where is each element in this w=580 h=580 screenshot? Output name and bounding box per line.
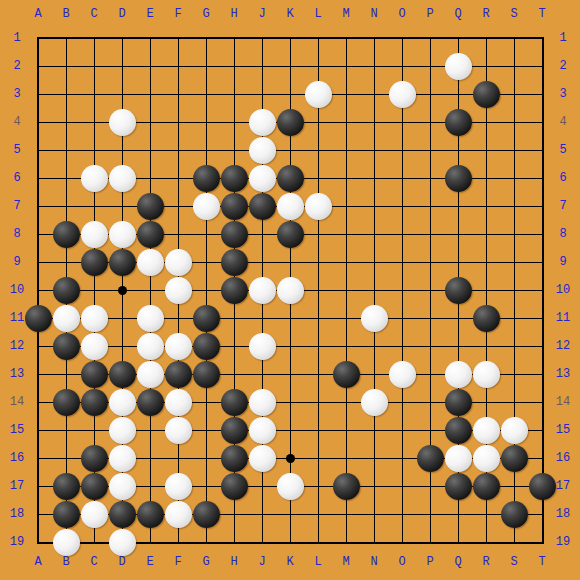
intersection-P12[interactable] <box>416 332 444 360</box>
intersection-S8[interactable] <box>500 220 528 248</box>
intersection-L18[interactable] <box>304 500 332 528</box>
intersection-E4[interactable] <box>136 108 164 136</box>
intersection-E10[interactable] <box>136 276 164 304</box>
intersection-P8[interactable] <box>416 220 444 248</box>
intersection-A4[interactable] <box>24 108 52 136</box>
intersection-O17[interactable] <box>388 472 416 500</box>
intersection-A14[interactable] <box>24 388 52 416</box>
intersection-C12[interactable] <box>80 332 108 360</box>
intersection-B13[interactable] <box>52 360 80 388</box>
intersection-T18[interactable] <box>528 500 556 528</box>
intersection-N15[interactable] <box>360 416 388 444</box>
intersection-O16[interactable] <box>388 444 416 472</box>
intersection-F15[interactable] <box>164 416 192 444</box>
intersection-C15[interactable] <box>80 416 108 444</box>
intersection-R9[interactable] <box>472 248 500 276</box>
intersection-R11[interactable] <box>472 304 500 332</box>
intersection-O3[interactable] <box>388 80 416 108</box>
intersection-O2[interactable] <box>388 52 416 80</box>
intersection-Q17[interactable] <box>444 472 472 500</box>
intersection-K4[interactable] <box>276 108 304 136</box>
intersection-O13[interactable] <box>388 360 416 388</box>
intersection-M3[interactable] <box>332 80 360 108</box>
intersection-N16[interactable] <box>360 444 388 472</box>
intersection-G14[interactable] <box>192 388 220 416</box>
intersection-S4[interactable] <box>500 108 528 136</box>
intersection-K8[interactable] <box>276 220 304 248</box>
intersection-T12[interactable] <box>528 332 556 360</box>
intersection-K17[interactable] <box>276 472 304 500</box>
intersection-F6[interactable] <box>164 164 192 192</box>
intersection-J4[interactable] <box>248 108 276 136</box>
intersection-D17[interactable] <box>108 472 136 500</box>
intersection-B11[interactable] <box>52 304 80 332</box>
intersection-M16[interactable] <box>332 444 360 472</box>
intersection-H16[interactable] <box>220 444 248 472</box>
intersection-E1[interactable] <box>136 24 164 52</box>
intersection-R17[interactable] <box>472 472 500 500</box>
intersection-B6[interactable] <box>52 164 80 192</box>
intersection-D6[interactable] <box>108 164 136 192</box>
intersection-K1[interactable] <box>276 24 304 52</box>
intersection-P17[interactable] <box>416 472 444 500</box>
intersection-S9[interactable] <box>500 248 528 276</box>
intersection-L14[interactable] <box>304 388 332 416</box>
intersection-L6[interactable] <box>304 164 332 192</box>
intersection-F11[interactable] <box>164 304 192 332</box>
intersection-T4[interactable] <box>528 108 556 136</box>
intersection-D2[interactable] <box>108 52 136 80</box>
intersection-D1[interactable] <box>108 24 136 52</box>
intersection-R12[interactable] <box>472 332 500 360</box>
intersection-K10[interactable] <box>276 276 304 304</box>
intersection-Q5[interactable] <box>444 136 472 164</box>
intersection-T3[interactable] <box>528 80 556 108</box>
intersection-J12[interactable] <box>248 332 276 360</box>
intersection-M5[interactable] <box>332 136 360 164</box>
intersection-J13[interactable] <box>248 360 276 388</box>
intersection-K14[interactable] <box>276 388 304 416</box>
intersection-P2[interactable] <box>416 52 444 80</box>
intersection-F1[interactable] <box>164 24 192 52</box>
intersection-H8[interactable] <box>220 220 248 248</box>
intersection-P19[interactable] <box>416 528 444 556</box>
intersection-Q7[interactable] <box>444 192 472 220</box>
intersection-D9[interactable] <box>108 248 136 276</box>
intersection-T19[interactable] <box>528 528 556 556</box>
intersection-C4[interactable] <box>80 108 108 136</box>
intersection-C3[interactable] <box>80 80 108 108</box>
intersection-T2[interactable] <box>528 52 556 80</box>
intersection-J3[interactable] <box>248 80 276 108</box>
intersection-H11[interactable] <box>220 304 248 332</box>
intersection-A1[interactable] <box>24 24 52 52</box>
intersection-T13[interactable] <box>528 360 556 388</box>
intersection-B3[interactable] <box>52 80 80 108</box>
intersection-S10[interactable] <box>500 276 528 304</box>
intersection-F8[interactable] <box>164 220 192 248</box>
intersection-C7[interactable] <box>80 192 108 220</box>
intersection-M17[interactable] <box>332 472 360 500</box>
intersection-O12[interactable] <box>388 332 416 360</box>
intersection-L10[interactable] <box>304 276 332 304</box>
intersection-P6[interactable] <box>416 164 444 192</box>
intersection-P3[interactable] <box>416 80 444 108</box>
intersection-Q10[interactable] <box>444 276 472 304</box>
intersection-O1[interactable] <box>388 24 416 52</box>
intersection-O19[interactable] <box>388 528 416 556</box>
intersection-D12[interactable] <box>108 332 136 360</box>
intersection-J15[interactable] <box>248 416 276 444</box>
intersection-B14[interactable] <box>52 388 80 416</box>
intersection-L11[interactable] <box>304 304 332 332</box>
intersection-G15[interactable] <box>192 416 220 444</box>
intersection-G3[interactable] <box>192 80 220 108</box>
intersection-F12[interactable] <box>164 332 192 360</box>
intersection-T17[interactable] <box>528 472 556 500</box>
intersection-S2[interactable] <box>500 52 528 80</box>
intersection-B19[interactable] <box>52 528 80 556</box>
intersection-D8[interactable] <box>108 220 136 248</box>
intersection-G5[interactable] <box>192 136 220 164</box>
intersection-C19[interactable] <box>80 528 108 556</box>
intersection-D10[interactable] <box>108 276 136 304</box>
intersection-M15[interactable] <box>332 416 360 444</box>
intersection-E16[interactable] <box>136 444 164 472</box>
intersection-G7[interactable] <box>192 192 220 220</box>
intersection-O8[interactable] <box>388 220 416 248</box>
intersection-H17[interactable] <box>220 472 248 500</box>
intersection-F14[interactable] <box>164 388 192 416</box>
intersection-E6[interactable] <box>136 164 164 192</box>
intersection-E2[interactable] <box>136 52 164 80</box>
intersection-R10[interactable] <box>472 276 500 304</box>
intersection-D3[interactable] <box>108 80 136 108</box>
intersection-R4[interactable] <box>472 108 500 136</box>
intersection-Q15[interactable] <box>444 416 472 444</box>
intersection-B5[interactable] <box>52 136 80 164</box>
intersection-D13[interactable] <box>108 360 136 388</box>
intersection-P14[interactable] <box>416 388 444 416</box>
intersection-P11[interactable] <box>416 304 444 332</box>
intersection-L13[interactable] <box>304 360 332 388</box>
intersection-D16[interactable] <box>108 444 136 472</box>
intersection-N12[interactable] <box>360 332 388 360</box>
intersection-J10[interactable] <box>248 276 276 304</box>
intersection-J8[interactable] <box>248 220 276 248</box>
intersection-N3[interactable] <box>360 80 388 108</box>
intersection-P7[interactable] <box>416 192 444 220</box>
intersection-K12[interactable] <box>276 332 304 360</box>
intersection-L2[interactable] <box>304 52 332 80</box>
intersection-L15[interactable] <box>304 416 332 444</box>
intersection-S1[interactable] <box>500 24 528 52</box>
intersection-H4[interactable] <box>220 108 248 136</box>
intersection-A19[interactable] <box>24 528 52 556</box>
intersection-G17[interactable] <box>192 472 220 500</box>
intersection-S3[interactable] <box>500 80 528 108</box>
intersection-G10[interactable] <box>192 276 220 304</box>
intersection-N2[interactable] <box>360 52 388 80</box>
intersection-H6[interactable] <box>220 164 248 192</box>
intersection-R13[interactable] <box>472 360 500 388</box>
intersection-Q6[interactable] <box>444 164 472 192</box>
intersection-G4[interactable] <box>192 108 220 136</box>
intersection-C14[interactable] <box>80 388 108 416</box>
intersection-E5[interactable] <box>136 136 164 164</box>
intersection-L19[interactable] <box>304 528 332 556</box>
intersection-P18[interactable] <box>416 500 444 528</box>
intersection-L12[interactable] <box>304 332 332 360</box>
intersection-J5[interactable] <box>248 136 276 164</box>
intersection-K19[interactable] <box>276 528 304 556</box>
intersection-D11[interactable] <box>108 304 136 332</box>
intersection-C16[interactable] <box>80 444 108 472</box>
intersection-Q11[interactable] <box>444 304 472 332</box>
intersection-H15[interactable] <box>220 416 248 444</box>
intersection-C18[interactable] <box>80 500 108 528</box>
intersection-N1[interactable] <box>360 24 388 52</box>
intersection-A7[interactable] <box>24 192 52 220</box>
intersection-H2[interactable] <box>220 52 248 80</box>
intersection-E7[interactable] <box>136 192 164 220</box>
intersection-A5[interactable] <box>24 136 52 164</box>
intersection-S18[interactable] <box>500 500 528 528</box>
intersection-G19[interactable] <box>192 528 220 556</box>
intersection-J11[interactable] <box>248 304 276 332</box>
intersection-N9[interactable] <box>360 248 388 276</box>
intersection-T1[interactable] <box>528 24 556 52</box>
intersection-R15[interactable] <box>472 416 500 444</box>
intersection-O7[interactable] <box>388 192 416 220</box>
intersection-L16[interactable] <box>304 444 332 472</box>
intersection-E3[interactable] <box>136 80 164 108</box>
intersection-B18[interactable] <box>52 500 80 528</box>
intersection-C13[interactable] <box>80 360 108 388</box>
intersection-S15[interactable] <box>500 416 528 444</box>
intersection-R19[interactable] <box>472 528 500 556</box>
intersection-Q19[interactable] <box>444 528 472 556</box>
intersection-M10[interactable] <box>332 276 360 304</box>
intersection-O14[interactable] <box>388 388 416 416</box>
intersection-Q4[interactable] <box>444 108 472 136</box>
intersection-E12[interactable] <box>136 332 164 360</box>
intersection-T5[interactable] <box>528 136 556 164</box>
intersection-L8[interactable] <box>304 220 332 248</box>
intersection-M4[interactable] <box>332 108 360 136</box>
intersection-F4[interactable] <box>164 108 192 136</box>
intersection-Q14[interactable] <box>444 388 472 416</box>
intersection-N14[interactable] <box>360 388 388 416</box>
intersection-G2[interactable] <box>192 52 220 80</box>
intersection-E13[interactable] <box>136 360 164 388</box>
intersection-O4[interactable] <box>388 108 416 136</box>
intersection-N11[interactable] <box>360 304 388 332</box>
intersection-N19[interactable] <box>360 528 388 556</box>
intersection-H7[interactable] <box>220 192 248 220</box>
intersection-M6[interactable] <box>332 164 360 192</box>
intersection-F5[interactable] <box>164 136 192 164</box>
intersection-N7[interactable] <box>360 192 388 220</box>
intersection-D14[interactable] <box>108 388 136 416</box>
intersection-S16[interactable] <box>500 444 528 472</box>
intersection-A11[interactable] <box>24 304 52 332</box>
intersection-A6[interactable] <box>24 164 52 192</box>
intersection-A2[interactable] <box>24 52 52 80</box>
intersection-B9[interactable] <box>52 248 80 276</box>
intersection-D15[interactable] <box>108 416 136 444</box>
intersection-R1[interactable] <box>472 24 500 52</box>
intersection-P16[interactable] <box>416 444 444 472</box>
intersection-B12[interactable] <box>52 332 80 360</box>
intersection-K15[interactable] <box>276 416 304 444</box>
intersection-R5[interactable] <box>472 136 500 164</box>
intersection-N18[interactable] <box>360 500 388 528</box>
intersection-E14[interactable] <box>136 388 164 416</box>
intersection-J19[interactable] <box>248 528 276 556</box>
intersection-B7[interactable] <box>52 192 80 220</box>
intersection-T15[interactable] <box>528 416 556 444</box>
intersection-T14[interactable] <box>528 388 556 416</box>
intersection-S17[interactable] <box>500 472 528 500</box>
intersection-K3[interactable] <box>276 80 304 108</box>
intersection-F2[interactable] <box>164 52 192 80</box>
intersection-J1[interactable] <box>248 24 276 52</box>
intersection-J7[interactable] <box>248 192 276 220</box>
intersection-T7[interactable] <box>528 192 556 220</box>
intersection-C17[interactable] <box>80 472 108 500</box>
intersection-M2[interactable] <box>332 52 360 80</box>
intersection-K2[interactable] <box>276 52 304 80</box>
intersection-M14[interactable] <box>332 388 360 416</box>
intersection-S6[interactable] <box>500 164 528 192</box>
intersection-F3[interactable] <box>164 80 192 108</box>
intersection-F18[interactable] <box>164 500 192 528</box>
intersection-F10[interactable] <box>164 276 192 304</box>
intersection-M7[interactable] <box>332 192 360 220</box>
intersection-A18[interactable] <box>24 500 52 528</box>
intersection-R7[interactable] <box>472 192 500 220</box>
intersection-K6[interactable] <box>276 164 304 192</box>
intersection-H18[interactable] <box>220 500 248 528</box>
intersection-O15[interactable] <box>388 416 416 444</box>
intersection-R16[interactable] <box>472 444 500 472</box>
intersection-Q9[interactable] <box>444 248 472 276</box>
intersection-G16[interactable] <box>192 444 220 472</box>
intersection-Q16[interactable] <box>444 444 472 472</box>
intersection-D19[interactable] <box>108 528 136 556</box>
intersection-S11[interactable] <box>500 304 528 332</box>
intersection-L3[interactable] <box>304 80 332 108</box>
intersection-N8[interactable] <box>360 220 388 248</box>
intersection-B15[interactable] <box>52 416 80 444</box>
intersection-F9[interactable] <box>164 248 192 276</box>
intersection-T8[interactable] <box>528 220 556 248</box>
intersection-G18[interactable] <box>192 500 220 528</box>
intersection-P10[interactable] <box>416 276 444 304</box>
intersection-K7[interactable] <box>276 192 304 220</box>
intersection-H14[interactable] <box>220 388 248 416</box>
intersection-P15[interactable] <box>416 416 444 444</box>
intersection-C1[interactable] <box>80 24 108 52</box>
intersection-B17[interactable] <box>52 472 80 500</box>
intersection-H19[interactable] <box>220 528 248 556</box>
intersection-M8[interactable] <box>332 220 360 248</box>
intersection-P13[interactable] <box>416 360 444 388</box>
intersection-K18[interactable] <box>276 500 304 528</box>
intersection-C10[interactable] <box>80 276 108 304</box>
intersection-A13[interactable] <box>24 360 52 388</box>
intersection-L1[interactable] <box>304 24 332 52</box>
intersection-E17[interactable] <box>136 472 164 500</box>
intersection-H9[interactable] <box>220 248 248 276</box>
intersection-Q18[interactable] <box>444 500 472 528</box>
intersection-G11[interactable] <box>192 304 220 332</box>
intersection-S7[interactable] <box>500 192 528 220</box>
intersection-K11[interactable] <box>276 304 304 332</box>
intersection-J18[interactable] <box>248 500 276 528</box>
intersection-H12[interactable] <box>220 332 248 360</box>
intersection-B1[interactable] <box>52 24 80 52</box>
intersection-N10[interactable] <box>360 276 388 304</box>
intersection-T10[interactable] <box>528 276 556 304</box>
intersection-P4[interactable] <box>416 108 444 136</box>
intersection-E19[interactable] <box>136 528 164 556</box>
intersection-R3[interactable] <box>472 80 500 108</box>
intersection-L5[interactable] <box>304 136 332 164</box>
intersection-C9[interactable] <box>80 248 108 276</box>
intersection-K9[interactable] <box>276 248 304 276</box>
intersection-B16[interactable] <box>52 444 80 472</box>
intersection-L4[interactable] <box>304 108 332 136</box>
intersection-J2[interactable] <box>248 52 276 80</box>
intersection-A12[interactable] <box>24 332 52 360</box>
intersection-O5[interactable] <box>388 136 416 164</box>
intersection-E18[interactable] <box>136 500 164 528</box>
intersection-C6[interactable] <box>80 164 108 192</box>
intersection-R6[interactable] <box>472 164 500 192</box>
intersection-N17[interactable] <box>360 472 388 500</box>
intersection-M9[interactable] <box>332 248 360 276</box>
intersection-E11[interactable] <box>136 304 164 332</box>
intersection-J17[interactable] <box>248 472 276 500</box>
intersection-S14[interactable] <box>500 388 528 416</box>
intersection-B8[interactable] <box>52 220 80 248</box>
intersection-O18[interactable] <box>388 500 416 528</box>
intersection-M11[interactable] <box>332 304 360 332</box>
intersection-D18[interactable] <box>108 500 136 528</box>
intersection-J16[interactable] <box>248 444 276 472</box>
intersection-L7[interactable] <box>304 192 332 220</box>
intersection-B2[interactable] <box>52 52 80 80</box>
intersection-K16[interactable] <box>276 444 304 472</box>
intersection-A3[interactable] <box>24 80 52 108</box>
intersection-E15[interactable] <box>136 416 164 444</box>
intersection-M1[interactable] <box>332 24 360 52</box>
intersection-S12[interactable] <box>500 332 528 360</box>
intersection-P5[interactable] <box>416 136 444 164</box>
intersection-J9[interactable] <box>248 248 276 276</box>
intersection-O6[interactable] <box>388 164 416 192</box>
intersection-H5[interactable] <box>220 136 248 164</box>
intersection-N13[interactable] <box>360 360 388 388</box>
intersection-A17[interactable] <box>24 472 52 500</box>
intersection-H13[interactable] <box>220 360 248 388</box>
intersection-Q2[interactable] <box>444 52 472 80</box>
intersection-J14[interactable] <box>248 388 276 416</box>
intersection-P1[interactable] <box>416 24 444 52</box>
intersection-D5[interactable] <box>108 136 136 164</box>
